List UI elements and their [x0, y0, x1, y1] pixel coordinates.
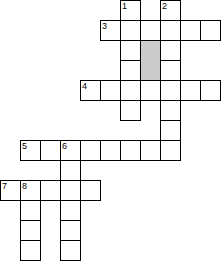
crossword-cell-r12-c3[interactable] — [60, 240, 81, 261]
clue-number-1: 1 — [122, 1, 127, 11]
crossword-cell-r0-c8[interactable]: 2 — [160, 0, 181, 21]
crossword-cell-r8-c3[interactable] — [60, 160, 81, 181]
crossword-cell-r7-c1[interactable]: 5 — [20, 140, 41, 161]
crossword-cell-r5-c8[interactable] — [160, 100, 181, 121]
clue-number-4: 4 — [82, 81, 87, 91]
crossword-cell-r7-c2[interactable] — [40, 140, 61, 161]
crossword-cell-r2-c6[interactable] — [120, 40, 141, 61]
crossword-cell-r9-c3[interactable] — [60, 180, 81, 201]
crossword-cell-r7-c8[interactable] — [160, 140, 181, 161]
clue-number-7: 7 — [2, 181, 7, 191]
crossword-cell-r4-c8[interactable] — [160, 80, 181, 101]
crossword-board: 12345678 — [0, 0, 221, 261]
crossword-cell-r7-c3[interactable]: 6 — [60, 140, 81, 161]
crossword-cell-r7-c4[interactable] — [80, 140, 101, 161]
crossword-cell-r5-c6[interactable] — [120, 100, 141, 121]
clue-number-2: 2 — [162, 1, 167, 11]
crossword-cell-r10-c1[interactable] — [20, 200, 41, 221]
crossword-cell-r4-c5[interactable] — [100, 80, 121, 101]
crossword-cell-r12-c1[interactable] — [20, 240, 41, 261]
crossword-cell-r7-c5[interactable] — [100, 140, 121, 161]
crossword-cell-r1-c5[interactable]: 3 — [100, 20, 121, 41]
crossword-cell-r2-c8[interactable] — [160, 40, 181, 61]
crossword-cell-r1-c8[interactable] — [160, 20, 181, 41]
crossword-cell-r6-c8[interactable] — [160, 120, 181, 141]
crossword-cell-r3-c8[interactable] — [160, 60, 181, 81]
crossword-cell-r11-c1[interactable] — [20, 220, 41, 241]
crossword-cell-r10-c3[interactable] — [60, 200, 81, 221]
crossword-cell-r7-c6[interactable] — [120, 140, 141, 161]
crossword-cell-r9-c1[interactable]: 8 — [20, 180, 41, 201]
crossword-cell-r9-c4[interactable] — [80, 180, 101, 201]
crossword-cell-r7-c7[interactable] — [140, 140, 161, 161]
crossword-cell-r11-c3[interactable] — [60, 220, 81, 241]
shaded-cell-r3-c7 — [140, 60, 161, 81]
crossword-cell-r0-c6[interactable]: 1 — [120, 0, 141, 21]
crossword-cell-r4-c10[interactable] — [200, 80, 221, 101]
crossword-cell-r9-c2[interactable] — [40, 180, 61, 201]
clue-number-6: 6 — [62, 141, 67, 151]
crossword-cell-r3-c6[interactable] — [120, 60, 141, 81]
crossword-cell-r1-c6[interactable] — [120, 20, 141, 41]
crossword-cell-r4-c6[interactable] — [120, 80, 141, 101]
crossword-cell-r4-c7[interactable] — [140, 80, 161, 101]
crossword-cell-r1-c7[interactable] — [140, 20, 161, 41]
crossword-cell-r1-c9[interactable] — [180, 20, 201, 41]
crossword-cell-r4-c4[interactable]: 4 — [80, 80, 101, 101]
crossword-cell-r9-c0[interactable]: 7 — [0, 180, 21, 201]
shaded-cell-r2-c7 — [140, 40, 161, 61]
clue-number-8: 8 — [22, 181, 27, 191]
clue-number-3: 3 — [102, 21, 107, 31]
clue-number-5: 5 — [22, 141, 27, 151]
crossword-cell-r1-c10[interactable] — [200, 20, 221, 41]
crossword-cell-r4-c9[interactable] — [180, 80, 201, 101]
